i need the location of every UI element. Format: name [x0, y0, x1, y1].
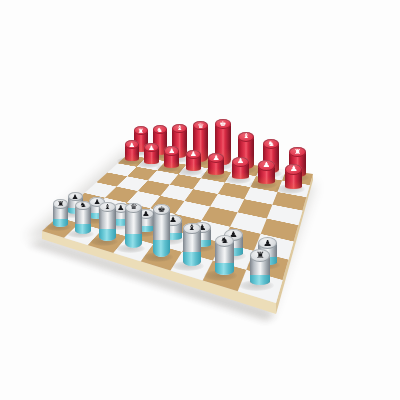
piece-white-rook-h1[interactable]: ♜ — [250, 249, 270, 285]
piece-cylinder-top: ♟ — [186, 150, 201, 160]
pawn-glyph-icon: ♟ — [72, 194, 79, 200]
bishop-glyph-icon: ♝ — [104, 204, 112, 211]
piece-cylinder-body — [99, 207, 115, 240]
piece-cylinder-top: ♟ — [232, 157, 248, 167]
piece-black-pawn-f7[interactable]: ♟ — [232, 157, 248, 180]
pawn-glyph-icon: ♟ — [263, 239, 272, 247]
piece-cylinder-top: ♜ — [250, 249, 270, 262]
piece-black-pawn-a7[interactable]: ♟ — [125, 140, 139, 160]
piece-cylinder-top: ♟ — [208, 153, 224, 163]
piece-cylinder-top: ♝ — [183, 223, 202, 235]
piece-black-pawn-d7[interactable]: ♟ — [186, 150, 201, 172]
piece-cylinder-top: ♝ — [238, 132, 254, 142]
piece-white-knight-g1[interactable]: ♞ — [215, 235, 234, 275]
king-glyph-icon: ♚ — [157, 206, 165, 213]
piece-cylinder-body — [153, 210, 171, 257]
teal-base-band — [183, 252, 202, 265]
piece-white-bishop-f1[interactable]: ♝ — [183, 223, 202, 266]
piece-black-pawn-h7[interactable]: ♟ — [285, 164, 302, 188]
piece-white-queen-d1[interactable]: ♛ — [125, 203, 142, 249]
piece-cylinder-top: ♟ — [144, 143, 159, 152]
piece-cylinder-top: ♟ — [164, 146, 179, 155]
scene: ♜♞♝♛♚♝♞♜♟♟♟♟♟♟♟♟♟♟♟♟♟♟♟♟♜♞♝♛♚♝♞♜ — [0, 0, 400, 400]
queen-glyph-icon: ♛ — [197, 122, 204, 128]
piece-white-bishop-c1[interactable]: ♝ — [99, 202, 115, 241]
pawn-glyph-icon: ♟ — [290, 166, 298, 173]
teal-base-band — [75, 224, 91, 234]
piece-cylinder-body — [125, 208, 142, 249]
teal-base-band — [99, 229, 115, 241]
piece-cylinder-top: ♞ — [153, 125, 167, 134]
piece-white-knight-b1[interactable]: ♞ — [75, 201, 91, 234]
bishop-glyph-icon: ♝ — [188, 224, 197, 232]
piece-cylinder-top: ♜ — [53, 199, 68, 209]
piece-white-king-e1[interactable]: ♚ — [153, 204, 171, 256]
piece-black-pawn-e7[interactable]: ♟ — [208, 153, 224, 175]
knight-glyph-icon: ♞ — [267, 141, 275, 148]
teal-base-band — [153, 240, 171, 257]
piece-black-pawn-g7[interactable]: ♟ — [258, 160, 275, 184]
piece-cylinder-top: ♟ — [258, 160, 275, 170]
pawn-glyph-icon: ♟ — [117, 205, 125, 212]
knight-glyph-icon: ♞ — [220, 237, 229, 245]
teal-base-band — [125, 234, 142, 249]
pawn-glyph-icon: ♟ — [190, 151, 197, 157]
knight-glyph-icon: ♞ — [80, 202, 87, 209]
piece-black-pawn-b7[interactable]: ♟ — [144, 143, 159, 164]
pawn-glyph-icon: ♟ — [168, 148, 175, 154]
pawn-glyph-icon: ♟ — [148, 145, 155, 151]
pawn-glyph-icon: ♟ — [237, 158, 245, 165]
knight-glyph-icon: ♞ — [156, 126, 163, 132]
king-glyph-icon: ♚ — [219, 121, 226, 127]
teal-base-band — [250, 275, 270, 286]
rook-glyph-icon: ♜ — [57, 201, 64, 207]
pawn-glyph-icon: ♟ — [128, 142, 135, 148]
teal-base-band — [215, 263, 234, 275]
pieces-layer: ♜♞♝♛♚♝♞♜♟♟♟♟♟♟♟♟♟♟♟♟♟♟♟♟♜♞♝♛♚♝♞♜ — [0, 0, 400, 400]
pawn-glyph-icon: ♟ — [213, 155, 220, 162]
piece-cylinder-top: ♜ — [134, 126, 148, 135]
bishop-glyph-icon: ♝ — [243, 133, 250, 140]
bishop-glyph-icon: ♝ — [176, 125, 183, 131]
pawn-glyph-icon: ♟ — [262, 162, 270, 169]
rook-glyph-icon: ♜ — [294, 148, 302, 155]
rook-glyph-icon: ♜ — [137, 128, 144, 134]
teal-base-band — [53, 219, 68, 227]
queen-glyph-icon: ♛ — [130, 204, 138, 211]
piece-cylinder-top: ♚ — [215, 119, 231, 129]
piece-cylinder-top: ♝ — [172, 124, 187, 133]
rook-glyph-icon: ♜ — [256, 251, 266, 259]
piece-white-rook-a1[interactable]: ♜ — [53, 199, 68, 227]
pawn-glyph-icon: ♟ — [142, 211, 150, 218]
piece-black-pawn-c7[interactable]: ♟ — [164, 146, 179, 167]
piece-cylinder-top: ♛ — [125, 203, 142, 214]
